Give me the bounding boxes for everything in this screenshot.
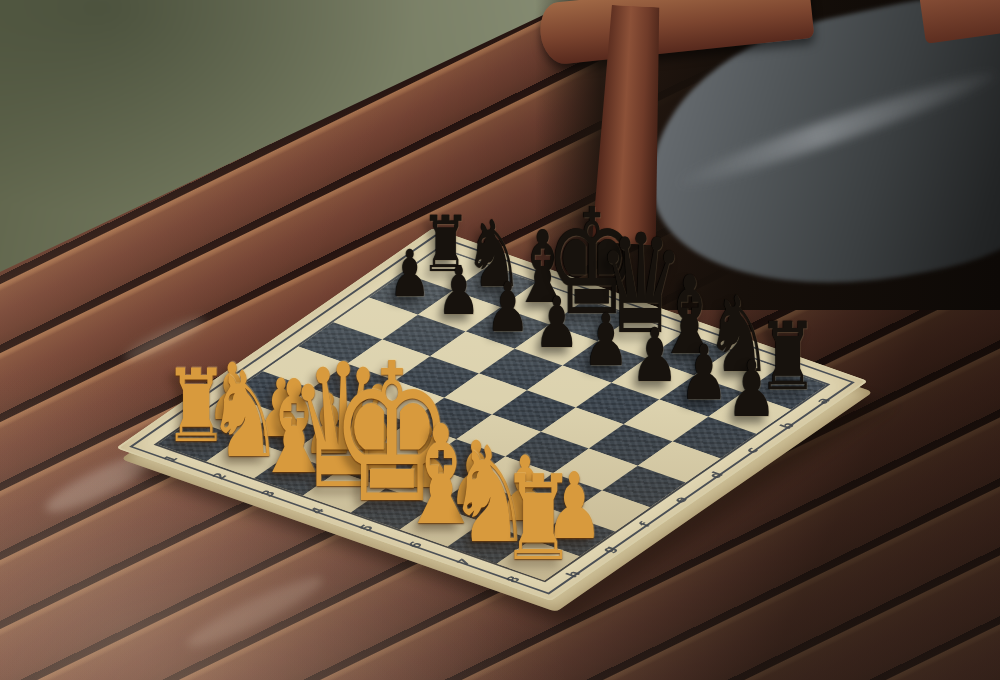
piece-black-pawn-d7[interactable]: ♟ [534,288,579,358]
piece-black-pawn-c7[interactable]: ♟ [486,273,530,342]
pieces-layer: ♜♞♝♚♛♝♞♜♟♟♟♟♟♟♟♟♟♟♟♟♟♟♟♟♜♞♝♛♚♝♞♜ [0,0,1000,680]
piece-black-pawn-e7[interactable]: ♟ [582,304,629,376]
piece-black-pawn-b7[interactable]: ♟ [437,258,480,325]
piece-white-rook-h1[interactable]: ♜ [501,461,577,578]
photo-scene: 12345678hgfedcba ♜♞♝♚♛♝♞♜♟♟♟♟♟♟♟♟♟♟♟♟♟♟♟… [0,0,1000,680]
piece-black-pawn-f7[interactable]: ♟ [631,319,679,393]
piece-black-pawn-g7[interactable]: ♟ [679,335,728,411]
piece-black-pawn-h7[interactable]: ♟ [727,350,777,428]
piece-black-pawn-a7[interactable]: ♟ [389,242,431,307]
